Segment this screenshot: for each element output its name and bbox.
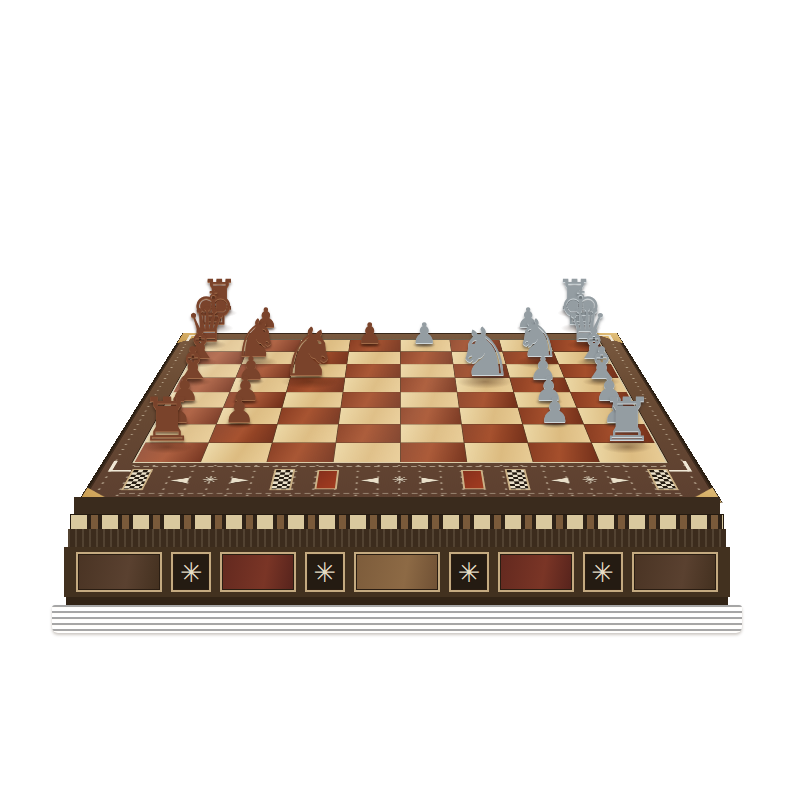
- pinstripe-strip: [66, 597, 728, 605]
- arrow-right-icon: ►: [421, 474, 439, 485]
- square-e4[interactable]: [400, 392, 458, 407]
- square-d6[interactable]: [346, 364, 400, 377]
- arrow-star-motif: ◄✳►: [168, 474, 250, 485]
- walnut-wood-panel: [76, 552, 162, 592]
- box-top-edge: [74, 497, 720, 515]
- square-c2[interactable]: [273, 425, 338, 443]
- burgundy-wood-panel: [498, 552, 574, 592]
- checker-diamond-motif: [269, 469, 295, 490]
- square-f1[interactable]: [464, 443, 532, 462]
- square-f3[interactable]: [459, 408, 522, 424]
- chess-piece-silver-P-e6[interactable]: ♟: [411, 319, 437, 347]
- square-d7[interactable]: [348, 352, 400, 364]
- burgundy-wood-panel: [220, 552, 296, 592]
- chess-piece-copper-N-c4[interactable]: ♞: [280, 318, 340, 384]
- drawer-front-panels: ✳✳✳✳: [64, 547, 730, 597]
- checker-diamond-motif: [647, 469, 679, 490]
- oak-wood-panel: [354, 552, 440, 592]
- arrow-left-icon: ◄: [361, 474, 379, 485]
- arrow-right-icon: ►: [609, 474, 631, 485]
- arrow-star-motif: ◄✳►: [549, 474, 631, 485]
- pinstripe-strip: [68, 529, 726, 548]
- square-e2[interactable]: [400, 425, 463, 443]
- chess-piece-silver-R-h1[interactable]: ♜: [600, 390, 654, 450]
- checker-diamond-motif: [121, 469, 153, 490]
- square-e7[interactable]: [400, 352, 452, 364]
- square-e5[interactable]: [400, 378, 456, 392]
- square-d4[interactable]: [342, 392, 400, 407]
- square-d5[interactable]: [344, 378, 400, 392]
- base-molding: [52, 605, 742, 633]
- star-icon: ✳: [392, 475, 408, 484]
- arrow-right-icon: ►: [229, 474, 250, 485]
- square-g1[interactable]: [528, 443, 599, 462]
- chess-piece-silver-N-f4[interactable]: ♞: [455, 318, 515, 384]
- mosaic-border-band: ◄✳►◄✳►◄✳►: [119, 466, 681, 493]
- arrow-left-icon: ◄: [549, 474, 570, 485]
- star-mosaic-panel: ✳: [305, 552, 345, 592]
- chess-piece-copper-P-d6[interactable]: ♟: [357, 319, 383, 347]
- chess-piece-silver-P-g2[interactable]: ♟: [539, 392, 571, 427]
- arrow-left-icon: ◄: [168, 474, 190, 485]
- square-f2[interactable]: [462, 425, 527, 443]
- square-d3[interactable]: [339, 408, 399, 424]
- star-icon: ✳: [580, 475, 600, 484]
- star-icon: ✳: [200, 475, 220, 484]
- square-e6[interactable]: [400, 364, 454, 377]
- square-b1[interactable]: [201, 443, 272, 462]
- square-f4[interactable]: [457, 392, 517, 407]
- chess-piece-copper-R-a1[interactable]: ♜: [140, 390, 194, 450]
- star-mosaic-panel: ✳: [449, 552, 489, 592]
- chess-piece-copper-P-b2[interactable]: ♟: [224, 392, 256, 427]
- star-mosaic-panel: ✳: [171, 552, 211, 592]
- star-mosaic-panel: ✳: [583, 552, 623, 592]
- inlay-ribbon: [70, 514, 724, 530]
- red-inlay-motif: [461, 470, 486, 489]
- square-e1[interactable]: [400, 443, 466, 462]
- product-scene: ◄✳►◄✳►◄✳► ✳✳✳✳ ♜♜♚♟♟♚♛♟♟♟♟♛♝♞♞♝♝♟♞♞♟♝♟♟♟…: [0, 0, 794, 794]
- square-c4[interactable]: [283, 392, 343, 407]
- square-d2[interactable]: [337, 425, 400, 443]
- square-e3[interactable]: [400, 408, 460, 424]
- arrow-star-motif: ◄✳►: [361, 474, 440, 485]
- square-c1[interactable]: [268, 443, 336, 462]
- checker-diamond-motif: [505, 469, 531, 490]
- square-d1[interactable]: [334, 443, 400, 462]
- square-c3[interactable]: [278, 408, 341, 424]
- red-inlay-motif: [314, 470, 339, 489]
- walnut-wood-panel: [632, 552, 718, 592]
